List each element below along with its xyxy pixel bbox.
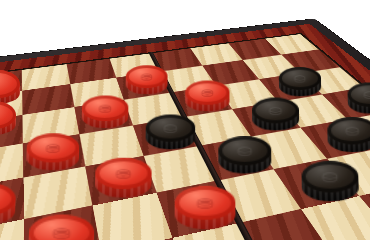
piece-top xyxy=(185,81,229,105)
red-piece[interactable]: ⛂ xyxy=(95,158,152,198)
red-piece[interactable]: ⛂ xyxy=(175,186,236,230)
square-r5c2[interactable] xyxy=(23,166,92,219)
black-piece[interactable]: ⛀ xyxy=(279,67,322,96)
red-piece[interactable]: ⛂ xyxy=(185,81,230,112)
piece-top xyxy=(82,95,129,121)
piece-top xyxy=(279,67,322,90)
red-piece[interactable]: ⛂ xyxy=(126,65,168,94)
red-piece[interactable]: ⛂ xyxy=(0,182,16,225)
square-r3c5[interactable]: ⛂ xyxy=(171,86,232,117)
piece-top xyxy=(146,114,196,141)
black-piece[interactable]: ⛀ xyxy=(146,114,196,149)
checkers-board: ⛂⛂⛂⛀⛂⛀⛀⛀⛂⛂⛀⛀⛂⛂⛀⛀⛀⛀ xyxy=(0,19,370,240)
loose-red-piece-2[interactable] xyxy=(0,101,16,135)
piece-top xyxy=(218,136,271,165)
loose-red-piece-1[interactable] xyxy=(0,70,20,104)
black-piece[interactable]: ⛀ xyxy=(301,161,359,202)
board-frame: ⛂⛂⛂⛀⛂⛀⛀⛀⛂⛂⛀⛀⛂⛂⛀⛀⛀⛀ xyxy=(0,19,370,240)
piece-top xyxy=(28,215,94,240)
board-grid: ⛂⛂⛂⛀⛂⛀⛀⛀⛂⛂⛀⛀⛂⛂⛀⛀⛀⛀ xyxy=(0,34,370,240)
piece-top xyxy=(252,98,299,124)
red-piece[interactable]: ⛂ xyxy=(81,95,128,128)
piece-top xyxy=(301,161,359,193)
photo-background: ⛂⛂⛂⛀⛂⛀⛀⛀⛂⛂⛀⛀⛂⛂⛀⛀⛀⛀ xyxy=(0,0,370,240)
black-piece[interactable]: ⛀ xyxy=(218,136,271,174)
red-piece[interactable]: ⛂ xyxy=(26,133,80,170)
square-r6c4[interactable]: ⛂ xyxy=(157,181,239,238)
piece-top xyxy=(126,65,168,88)
red-piece[interactable]: ⛂ xyxy=(28,215,95,240)
black-piece[interactable]: ⛀ xyxy=(327,117,370,152)
square-r5c1[interactable]: ⛂ xyxy=(0,178,24,234)
piece-top xyxy=(95,158,152,189)
black-piece[interactable]: ⛀ xyxy=(252,98,300,131)
piece-top xyxy=(175,186,236,220)
black-piece[interactable]: ⛀ xyxy=(347,82,370,113)
board-border: ⛂⛂⛂⛀⛂⛀⛀⛀⛂⛂⛀⛀⛂⛂⛀⛀⛀⛀ xyxy=(0,24,370,240)
